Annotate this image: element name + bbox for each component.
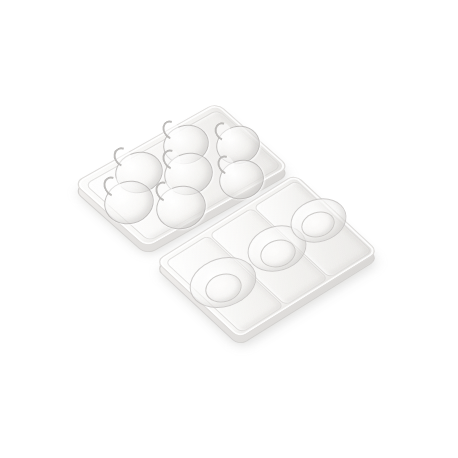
photo-canvas xyxy=(0,0,458,458)
